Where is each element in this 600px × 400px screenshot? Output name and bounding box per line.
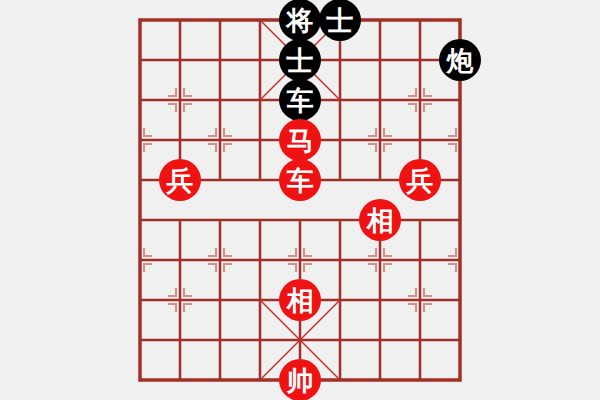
- piece-red-chariot[interactable]: 车: [279, 159, 321, 201]
- piece-red-pawn-2[interactable]: 兵: [399, 159, 441, 201]
- pieces-layer: 将士士炮车马兵车兵相相帅: [120, 0, 480, 400]
- piece-black-advisor-2[interactable]: 士: [279, 39, 321, 81]
- piece-red-pawn-1[interactable]: 兵: [159, 159, 201, 201]
- piece-red-horse[interactable]: 马: [279, 119, 321, 161]
- piece-black-chariot[interactable]: 车: [279, 79, 321, 121]
- xiangqi-app: 将士士炮车马兵车兵相相帅: [0, 0, 600, 400]
- piece-black-cannon[interactable]: 炮: [439, 39, 481, 81]
- piece-red-elephant-1[interactable]: 相: [359, 199, 401, 241]
- piece-black-advisor-1[interactable]: 士: [319, 0, 361, 41]
- piece-red-elephant-2[interactable]: 相: [279, 279, 321, 321]
- piece-black-general[interactable]: 将: [279, 0, 321, 41]
- piece-red-general[interactable]: 帅: [279, 359, 321, 400]
